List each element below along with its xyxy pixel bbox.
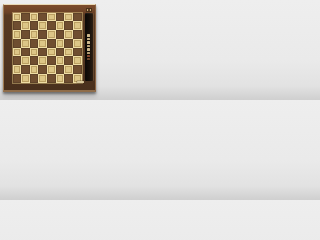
square-g4[interactable] xyxy=(64,48,73,57)
square-h3[interactable] xyxy=(73,56,82,65)
square-c1[interactable] xyxy=(30,74,39,83)
square-d6[interactable] xyxy=(38,30,47,39)
square-c7[interactable] xyxy=(30,21,39,30)
panel-button-2[interactable] xyxy=(87,38,91,41)
board-squares xyxy=(13,13,82,83)
square-b2[interactable] xyxy=(21,65,30,74)
square-a5[interactable] xyxy=(13,39,22,48)
square-a2[interactable] xyxy=(13,65,22,74)
square-d1[interactable] xyxy=(38,74,47,83)
square-b8[interactable] xyxy=(21,13,30,22)
square-a7[interactable] xyxy=(13,21,22,30)
square-h7[interactable] xyxy=(73,21,82,30)
chess-board xyxy=(3,4,96,92)
square-c6[interactable] xyxy=(30,30,39,39)
square-h5[interactable] xyxy=(73,39,82,48)
square-f1[interactable] xyxy=(56,74,65,83)
square-g6[interactable] xyxy=(64,30,73,39)
square-d3[interactable] xyxy=(38,56,47,65)
square-e8[interactable] xyxy=(47,13,56,22)
square-e3[interactable] xyxy=(47,56,56,65)
panel-button-7[interactable] xyxy=(87,55,91,57)
square-g5[interactable] xyxy=(64,39,73,48)
square-g8[interactable] xyxy=(64,13,73,22)
panel-button-8[interactable] xyxy=(87,58,91,60)
square-a8[interactable] xyxy=(13,13,22,22)
brand-emblem-icon xyxy=(86,8,92,13)
square-g2[interactable] xyxy=(64,65,73,74)
square-e2[interactable] xyxy=(47,65,56,74)
square-a3[interactable] xyxy=(13,56,22,65)
square-c5[interactable] xyxy=(30,39,39,48)
square-f4[interactable] xyxy=(56,48,65,57)
square-b1[interactable] xyxy=(21,74,30,83)
square-b6[interactable] xyxy=(21,30,30,39)
square-h4[interactable] xyxy=(73,48,82,57)
square-d5[interactable] xyxy=(38,39,47,48)
square-f5[interactable] xyxy=(56,39,65,48)
square-h8[interactable] xyxy=(73,13,82,22)
panel-button-5[interactable] xyxy=(87,48,91,51)
control-panel xyxy=(85,13,93,81)
square-e6[interactable] xyxy=(47,30,56,39)
square-f6[interactable] xyxy=(56,30,65,39)
square-e7[interactable] xyxy=(47,21,56,30)
square-a1[interactable] xyxy=(13,74,22,83)
square-b5[interactable] xyxy=(21,39,30,48)
square-f3[interactable] xyxy=(56,56,65,65)
panel-button-3[interactable] xyxy=(87,41,91,44)
square-g1[interactable] xyxy=(64,74,73,83)
square-a4[interactable] xyxy=(13,48,22,57)
square-d4[interactable] xyxy=(38,48,47,57)
square-b4[interactable] xyxy=(21,48,30,57)
square-d2[interactable] xyxy=(38,65,47,74)
square-d7[interactable] xyxy=(38,21,47,30)
square-e4[interactable] xyxy=(47,48,56,57)
square-d8[interactable] xyxy=(38,13,47,22)
square-f7[interactable] xyxy=(56,21,65,30)
square-h6[interactable] xyxy=(73,30,82,39)
square-c2[interactable] xyxy=(30,65,39,74)
square-e5[interactable] xyxy=(47,39,56,48)
square-c3[interactable] xyxy=(30,56,39,65)
brand-label xyxy=(77,81,85,83)
square-g3[interactable] xyxy=(64,56,73,65)
brand-emblem-dot xyxy=(88,9,90,11)
square-b3[interactable] xyxy=(21,56,30,65)
square-e1[interactable] xyxy=(47,74,56,83)
panel-button-6[interactable] xyxy=(87,52,91,55)
panel-button-1[interactable] xyxy=(87,34,91,37)
panel-button-4[interactable] xyxy=(87,45,91,48)
square-h2[interactable] xyxy=(73,65,82,74)
square-c4[interactable] xyxy=(30,48,39,57)
square-f8[interactable] xyxy=(56,13,65,22)
square-g7[interactable] xyxy=(64,21,73,30)
square-b7[interactable] xyxy=(21,21,30,30)
square-c8[interactable] xyxy=(30,13,39,22)
square-a6[interactable] xyxy=(13,30,22,39)
square-f2[interactable] xyxy=(56,65,65,74)
